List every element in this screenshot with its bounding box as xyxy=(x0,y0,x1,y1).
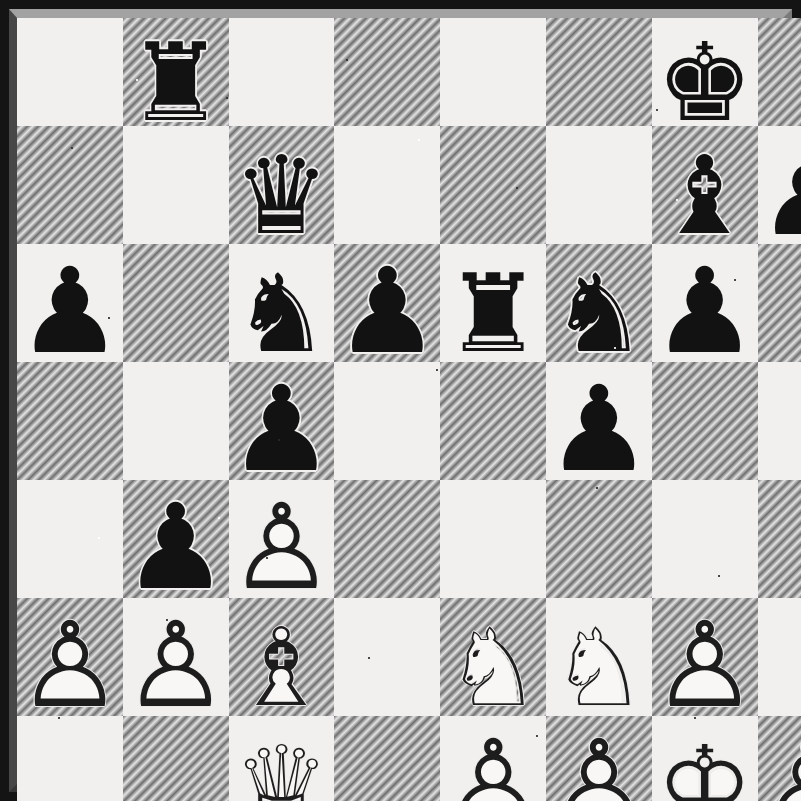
black-knight[interactable]: ♞ xyxy=(233,260,330,368)
square-g6[interactable]: ♟ xyxy=(652,244,758,362)
square-d7[interactable] xyxy=(334,126,440,244)
square-d4[interactable] xyxy=(334,480,440,598)
square-f6[interactable]: ♞ xyxy=(546,244,652,362)
square-e7[interactable] xyxy=(440,126,546,244)
square-e6[interactable]: ♜ xyxy=(440,244,546,362)
white-pawn[interactable]: ♟♙ xyxy=(758,724,801,801)
white-knight[interactable]: ♞♘ xyxy=(445,614,542,722)
board-bevel-border: ♜♚♛♝♟♟♞♟♜♞♟♟♟♟♟♙♟♙♟♙♝♗♞♘♞♘♟♙♛♕♟♙♟♙♚♔♟♙♜♖… xyxy=(9,9,792,792)
square-g2[interactable]: ♚♔ xyxy=(652,716,758,801)
square-b3[interactable]: ♟♙ xyxy=(123,598,229,716)
square-b6[interactable] xyxy=(123,244,229,362)
black-knight[interactable]: ♞ xyxy=(550,260,647,368)
white-piece-outline: ♗ xyxy=(233,605,330,730)
white-piece-outline: ♙ xyxy=(123,596,229,734)
square-a7[interactable] xyxy=(17,126,123,244)
square-b8[interactable]: ♜ xyxy=(123,18,229,126)
black-pawn[interactable]: ♟ xyxy=(546,370,652,488)
square-a5[interactable] xyxy=(17,362,123,480)
square-f7[interactable] xyxy=(546,126,652,244)
white-piece-outline: ♙ xyxy=(758,714,801,801)
black-rook[interactable]: ♜ xyxy=(127,29,224,137)
square-b2[interactable] xyxy=(123,716,229,801)
white-king[interactable]: ♚♔ xyxy=(656,732,753,801)
chess-board: ♜♚♛♝♟♟♞♟♜♞♟♟♟♟♟♙♟♙♟♙♝♗♞♘♞♘♟♙♛♕♟♙♟♙♚♔♟♙♜♖… xyxy=(17,18,783,784)
white-pawn[interactable]: ♟♙ xyxy=(440,724,546,801)
white-pawn[interactable]: ♟♙ xyxy=(652,606,758,724)
square-h4[interactable] xyxy=(758,480,801,598)
black-pawn[interactable]: ♟ xyxy=(652,252,758,370)
square-g7[interactable]: ♝ xyxy=(652,126,758,244)
square-h8[interactable] xyxy=(758,18,801,126)
square-a6[interactable]: ♟ xyxy=(17,244,123,362)
square-e8[interactable] xyxy=(440,18,546,126)
square-a2[interactable] xyxy=(17,716,123,801)
black-pawn[interactable]: ♟ xyxy=(123,488,229,606)
square-g3[interactable]: ♟♙ xyxy=(652,598,758,716)
black-pawn[interactable]: ♟ xyxy=(334,252,440,370)
square-g5[interactable] xyxy=(652,362,758,480)
square-d8[interactable] xyxy=(334,18,440,126)
black-bishop[interactable]: ♝ xyxy=(656,142,753,250)
square-a4[interactable] xyxy=(17,480,123,598)
square-d2[interactable] xyxy=(334,716,440,801)
white-bishop[interactable]: ♝♗ xyxy=(233,614,330,722)
square-d3[interactable] xyxy=(334,598,440,716)
white-piece-outline: ♙ xyxy=(229,478,335,616)
square-f3[interactable]: ♞♘ xyxy=(546,598,652,716)
white-piece-outline: ♕ xyxy=(233,723,330,801)
black-king[interactable]: ♚ xyxy=(656,29,753,137)
square-d5[interactable] xyxy=(334,362,440,480)
white-piece-outline: ♙ xyxy=(17,596,123,734)
white-piece-outline: ♔ xyxy=(656,723,753,801)
square-g8[interactable]: ♚ xyxy=(652,18,758,126)
white-knight[interactable]: ♞♘ xyxy=(550,614,647,722)
black-rook[interactable]: ♜ xyxy=(445,260,542,368)
white-piece-outline: ♙ xyxy=(652,596,758,734)
black-pawn[interactable]: ♟ xyxy=(758,134,801,252)
square-c2[interactable]: ♛♕ xyxy=(229,716,335,801)
square-e3[interactable]: ♞♘ xyxy=(440,598,546,716)
square-f8[interactable] xyxy=(546,18,652,126)
square-f2[interactable]: ♟♙ xyxy=(546,716,652,801)
board-frame: ♜♚♛♝♟♟♞♟♜♞♟♟♟♟♟♙♟♙♟♙♝♗♞♘♞♘♟♙♛♕♟♙♟♙♚♔♟♙♜♖… xyxy=(0,0,801,801)
square-h3[interactable] xyxy=(758,598,801,716)
square-g4[interactable] xyxy=(652,480,758,598)
white-pawn[interactable]: ♟♙ xyxy=(546,724,652,801)
square-c6[interactable]: ♞ xyxy=(229,244,335,362)
square-c3[interactable]: ♝♗ xyxy=(229,598,335,716)
white-piece-outline: ♘ xyxy=(550,605,647,730)
square-b5[interactable] xyxy=(123,362,229,480)
square-h6[interactable] xyxy=(758,244,801,362)
black-pawn[interactable]: ♟ xyxy=(17,252,123,370)
square-c4[interactable]: ♟♙ xyxy=(229,480,335,598)
square-b4[interactable]: ♟ xyxy=(123,480,229,598)
square-h2[interactable]: ♟♙ xyxy=(758,716,801,801)
white-pawn[interactable]: ♟♙ xyxy=(229,488,335,606)
square-f4[interactable] xyxy=(546,480,652,598)
square-b7[interactable] xyxy=(123,126,229,244)
square-h5[interactable] xyxy=(758,362,801,480)
white-piece-outline: ♙ xyxy=(546,714,652,801)
white-piece-outline: ♘ xyxy=(445,605,542,730)
square-f5[interactable]: ♟ xyxy=(546,362,652,480)
square-h7[interactable]: ♟ xyxy=(758,126,801,244)
square-d6[interactable]: ♟ xyxy=(334,244,440,362)
white-pawn[interactable]: ♟♙ xyxy=(123,606,229,724)
square-e2[interactable]: ♟♙ xyxy=(440,716,546,801)
square-c7[interactable]: ♛ xyxy=(229,126,335,244)
square-e5[interactable] xyxy=(440,362,546,480)
white-piece-outline: ♙ xyxy=(440,714,546,801)
white-queen[interactable]: ♛♕ xyxy=(233,732,330,801)
square-a8[interactable] xyxy=(17,18,123,126)
square-c8[interactable] xyxy=(229,18,335,126)
white-pawn[interactable]: ♟♙ xyxy=(17,606,123,724)
square-a3[interactable]: ♟♙ xyxy=(17,598,123,716)
square-e4[interactable] xyxy=(440,480,546,598)
square-c5[interactable]: ♟ xyxy=(229,362,335,480)
black-queen[interactable]: ♛ xyxy=(233,142,330,250)
black-pawn[interactable]: ♟ xyxy=(229,370,335,488)
